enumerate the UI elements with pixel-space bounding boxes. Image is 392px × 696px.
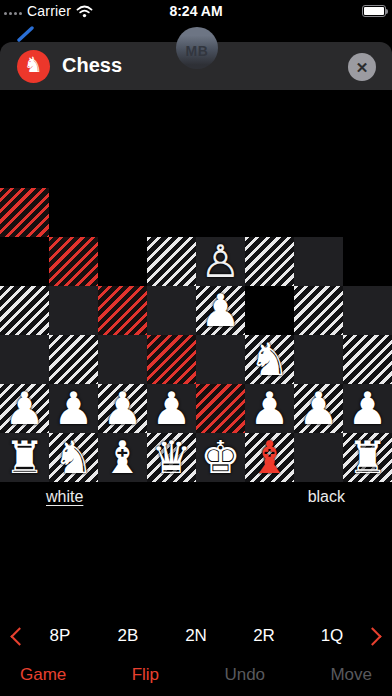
message-bubble-fragment <box>17 26 35 42</box>
move-button[interactable]: Move <box>330 665 372 685</box>
square-g5[interactable] <box>294 237 343 286</box>
white-rook-a1: ♜ <box>4 433 44 482</box>
piece-tray: 8P2B2N2R1Q <box>0 616 392 656</box>
black-pawn-e5: ♙ <box>200 237 240 286</box>
black-player-label[interactable]: black <box>308 488 345 506</box>
tray-item-2b[interactable]: 2B <box>94 626 162 646</box>
square-c8[interactable] <box>98 90 147 139</box>
square-h7[interactable] <box>343 139 392 188</box>
square-a2[interactable]: ♟ <box>0 384 49 433</box>
square-f1[interactable]: ♝ <box>245 433 294 482</box>
white-player-label[interactable]: white <box>46 488 83 506</box>
white-pawn-g2: ♟ <box>298 384 338 433</box>
flip-button[interactable]: Flip <box>132 665 159 685</box>
square-d6[interactable] <box>147 188 196 237</box>
player-labels: white black <box>0 482 392 512</box>
square-b2[interactable]: ♟ <box>49 384 98 433</box>
close-x-icon: ✕ <box>356 60 369 75</box>
white-pawn-h2: ♟ <box>347 384 387 433</box>
square-e7[interactable] <box>196 139 245 188</box>
square-d5[interactable] <box>147 237 196 286</box>
game-button[interactable]: Game <box>20 665 66 685</box>
knight-app-icon: ♞ <box>17 50 50 83</box>
square-c6[interactable] <box>98 188 147 237</box>
square-e6[interactable] <box>196 188 245 237</box>
square-a1[interactable]: ♜ <box>0 433 49 482</box>
white-pawn-f2: ♟ <box>249 384 289 433</box>
square-h3[interactable] <box>343 335 392 384</box>
square-h6[interactable] <box>343 188 392 237</box>
square-g2[interactable]: ♟ <box>294 384 343 433</box>
square-h8[interactable] <box>343 90 392 139</box>
square-a8[interactable] <box>0 90 49 139</box>
square-a4[interactable] <box>0 286 49 335</box>
white-knight-f3: ♞ <box>249 335 289 384</box>
square-h4[interactable] <box>343 286 392 335</box>
square-g3[interactable] <box>294 335 343 384</box>
square-f6[interactable] <box>245 188 294 237</box>
square-d3[interactable] <box>147 335 196 384</box>
white-queen-d1: ♛ <box>151 433 191 482</box>
square-e1[interactable]: ♚ <box>196 433 245 482</box>
square-c7[interactable] <box>98 139 147 188</box>
avatar-initials: MB <box>186 43 209 59</box>
square-c3[interactable] <box>98 335 147 384</box>
square-g6[interactable] <box>294 188 343 237</box>
white-pawn-b2: ♟ <box>53 384 93 433</box>
square-b7[interactable] <box>49 139 98 188</box>
square-f8[interactable] <box>245 90 294 139</box>
white-king-e1: ♚ <box>200 433 240 482</box>
square-c5[interactable] <box>98 237 147 286</box>
selected-white-bishop-f1: ♝ <box>249 433 289 482</box>
tray-item-2n[interactable]: 2N <box>162 626 230 646</box>
square-e4[interactable]: ♟ <box>196 286 245 335</box>
square-g1[interactable] <box>294 433 343 482</box>
tray-item-2r[interactable]: 2R <box>230 626 298 646</box>
square-a7[interactable] <box>0 139 49 188</box>
square-e3[interactable] <box>196 335 245 384</box>
tray-item-8p[interactable]: 8P <box>26 626 94 646</box>
square-h1[interactable]: ♜ <box>343 433 392 482</box>
white-knight-b1: ♞ <box>53 433 93 482</box>
iphone-screen: Carrier 8:24 AM MB ♞ Chess ✕ ♙♟♞♟♟♟♟♟♟♟♜… <box>0 0 392 696</box>
white-rook-h1: ♜ <box>347 433 387 482</box>
square-g7[interactable] <box>294 139 343 188</box>
action-bar: GameFlipUndoMove <box>0 655 392 695</box>
white-pawn-c2: ♟ <box>102 384 142 433</box>
square-d8[interactable] <box>147 90 196 139</box>
square-b5[interactable] <box>49 237 98 286</box>
square-f4[interactable] <box>245 286 294 335</box>
square-e8[interactable] <box>196 90 245 139</box>
square-f7[interactable] <box>245 139 294 188</box>
square-b4[interactable] <box>49 286 98 335</box>
clock-label: 8:24 AM <box>0 3 392 19</box>
square-a6[interactable] <box>0 188 49 237</box>
square-h5[interactable] <box>343 237 392 286</box>
square-g8[interactable] <box>294 90 343 139</box>
square-c4[interactable] <box>98 286 147 335</box>
square-b3[interactable] <box>49 335 98 384</box>
status-bar: Carrier 8:24 AM <box>0 0 392 22</box>
square-b8[interactable] <box>49 90 98 139</box>
square-d4[interactable] <box>147 286 196 335</box>
app-title: Chess <box>62 54 122 77</box>
close-button[interactable]: ✕ <box>348 53 376 81</box>
square-e5[interactable]: ♙ <box>196 237 245 286</box>
white-pawn-a2: ♟ <box>4 384 44 433</box>
square-f2[interactable]: ♟ <box>245 384 294 433</box>
undo-button[interactable]: Undo <box>224 665 265 685</box>
contact-avatar: MB <box>176 27 218 69</box>
square-c1[interactable]: ♝ <box>98 433 147 482</box>
chevron-right-icon[interactable] <box>363 627 381 645</box>
square-h2[interactable]: ♟ <box>343 384 392 433</box>
white-bishop-c1: ♝ <box>102 433 142 482</box>
square-b6[interactable] <box>49 188 98 237</box>
square-d7[interactable] <box>147 139 196 188</box>
square-d2[interactable]: ♟ <box>147 384 196 433</box>
square-e2[interactable] <box>196 384 245 433</box>
imessage-app-sheet: ♞ Chess ✕ ♙♟♞♟♟♟♟♟♟♟♜♞♝♛♚♝♜ white black … <box>0 42 392 696</box>
square-b1[interactable]: ♞ <box>49 433 98 482</box>
square-f5[interactable] <box>245 237 294 286</box>
square-f3[interactable]: ♞ <box>245 335 294 384</box>
square-a3[interactable] <box>0 335 49 384</box>
tray-item-1q[interactable]: 1Q <box>298 626 366 646</box>
battery-full-icon <box>362 5 386 17</box>
white-pawn-e4: ♟ <box>200 286 240 335</box>
square-a5[interactable] <box>0 237 49 286</box>
square-c2[interactable]: ♟ <box>98 384 147 433</box>
chess-board: ♙♟♞♟♟♟♟♟♟♟♜♞♝♛♚♝♜ <box>0 90 392 482</box>
square-g4[interactable] <box>294 286 343 335</box>
square-d1[interactable]: ♛ <box>147 433 196 482</box>
white-pawn-d2: ♟ <box>151 384 191 433</box>
